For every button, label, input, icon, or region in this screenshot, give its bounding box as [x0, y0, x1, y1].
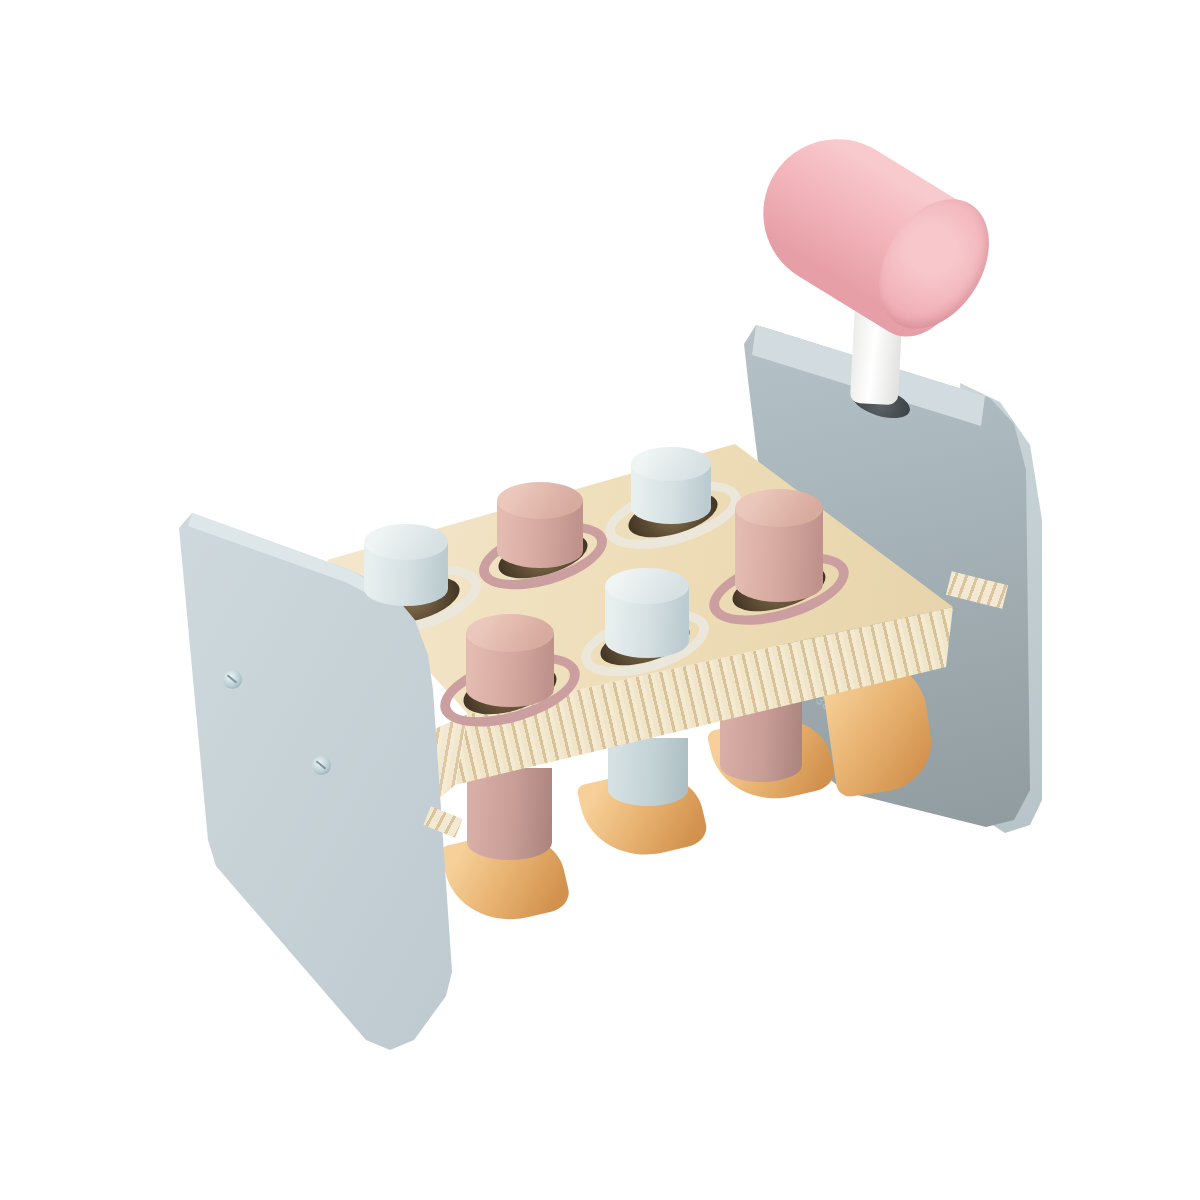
peg-blue-front-middle-top [605, 568, 689, 604]
under-peg-blue-middle [608, 738, 688, 806]
product-photo-stage: 38205901C24 [0, 0, 1200, 1200]
screw-lower [312, 756, 331, 775]
screw-slot [316, 760, 326, 769]
peg-pink-front-right-top [735, 489, 823, 527]
peg-blue-back-right-top [631, 447, 711, 481]
peg-pink-back-middle-top [497, 482, 583, 519]
under-peg-pink-left [467, 768, 552, 860]
screw-slot [227, 674, 237, 683]
peg-blue-back-left-top [364, 524, 448, 560]
peg-pink-front-left-top [466, 614, 554, 652]
screw-upper [223, 670, 242, 689]
